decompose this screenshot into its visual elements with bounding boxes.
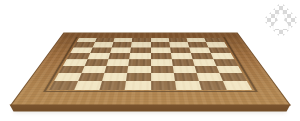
square-g5 (190, 53, 213, 59)
square-a2 (54, 73, 82, 81)
square-d5 (129, 53, 150, 59)
square-d1 (125, 81, 150, 90)
square-c5 (108, 53, 130, 59)
square-c6 (110, 47, 131, 53)
square-b6 (90, 47, 112, 53)
square-a4 (62, 59, 87, 66)
square-f2 (173, 73, 198, 81)
square-c7 (111, 42, 131, 47)
square-b7 (92, 42, 113, 47)
square-h2 (219, 73, 247, 81)
square-d6 (130, 47, 150, 53)
square-h1 (222, 81, 251, 90)
chess-piece-icon: ♟ (263, 2, 299, 38)
square-e6 (150, 47, 170, 53)
square-g2 (196, 73, 222, 81)
brand-watermark-icon: ♟ (263, 2, 299, 38)
square-b3 (81, 65, 106, 72)
square-c4 (106, 59, 129, 66)
square-c2 (102, 73, 127, 81)
square-a1 (49, 81, 78, 90)
square-e5 (150, 53, 171, 59)
square-c8 (113, 37, 132, 42)
square-f4 (171, 59, 194, 66)
square-b2 (78, 73, 104, 81)
square-d8 (131, 37, 150, 42)
square-g6 (189, 47, 211, 53)
chess-board (9, 32, 290, 105)
square-h6 (208, 47, 230, 53)
square-c1 (99, 81, 126, 90)
product-photo-stage: ♟ (0, 0, 300, 121)
square-d3 (127, 65, 150, 72)
square-a7 (73, 42, 94, 47)
square-e1 (150, 81, 175, 90)
square-b5 (87, 53, 110, 59)
square-f7 (169, 42, 189, 47)
square-g1 (198, 81, 226, 90)
square-c3 (104, 65, 128, 72)
board-grid (49, 37, 252, 89)
square-e4 (150, 59, 172, 66)
square-f1 (174, 81, 201, 90)
square-a8 (76, 37, 97, 42)
square-h8 (203, 37, 224, 42)
square-e7 (150, 42, 169, 47)
square-f5 (170, 53, 192, 59)
square-a5 (66, 53, 90, 59)
square-g3 (194, 65, 219, 72)
square-e3 (150, 65, 173, 72)
square-e2 (150, 73, 174, 81)
square-g4 (192, 59, 216, 66)
square-a6 (70, 47, 92, 53)
square-d7 (131, 42, 150, 47)
square-g8 (186, 37, 206, 42)
square-b8 (94, 37, 114, 42)
square-h5 (210, 53, 234, 59)
square-f3 (172, 65, 196, 72)
square-g7 (187, 42, 208, 47)
square-b1 (74, 81, 102, 90)
square-h7 (206, 42, 227, 47)
square-f8 (168, 37, 187, 42)
square-e8 (150, 37, 169, 42)
square-a3 (58, 65, 84, 72)
square-h4 (213, 59, 238, 66)
square-h3 (216, 65, 242, 72)
square-b4 (84, 59, 108, 66)
square-f6 (169, 47, 190, 53)
square-d4 (128, 59, 150, 66)
square-d2 (126, 73, 150, 81)
